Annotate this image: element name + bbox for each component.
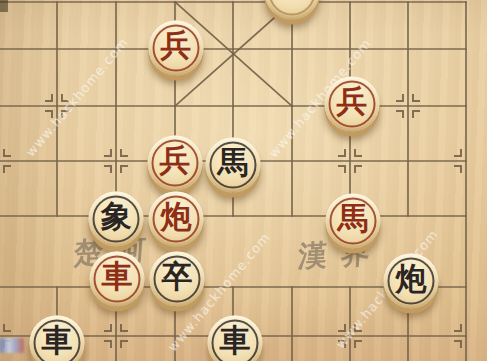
xiangqi-board: 楚河 漢界 兵兵兵馬象炮馬車卒炮車車 www.hackhome.comwww.h…: [0, 0, 487, 361]
piece-red-chariot[interactable]: 車: [90, 252, 145, 307]
piece-red-soldier[interactable]: 兵: [325, 77, 380, 132]
piece-glyph: 車: [220, 325, 251, 356]
piece-glyph: 車: [42, 325, 73, 356]
corner-watermark-logo: [0, 338, 24, 353]
piece-glyph: 車: [102, 261, 133, 292]
piece-glyph: 兵: [160, 145, 191, 176]
piece-red-cannon[interactable]: 炮: [149, 192, 204, 247]
piece-black-cannon[interactable]: 炮: [384, 254, 439, 309]
piece-red-horse[interactable]: 馬: [326, 194, 381, 249]
piece-black-elephant[interactable]: 象: [89, 192, 144, 247]
piece-red-soldier[interactable]: 兵: [149, 21, 204, 76]
piece-glyph: 象: [101, 201, 132, 232]
corner-smudge: [0, 0, 8, 12]
piece-red-soldier[interactable]: 兵: [148, 136, 203, 191]
piece-glyph: 兵: [161, 30, 192, 61]
piece-glyph: 兵: [337, 86, 368, 117]
piece-glyph: 卒: [162, 261, 193, 292]
piece-glyph: 炮: [161, 201, 192, 232]
piece-glyph: 馬: [218, 147, 249, 178]
piece-black-horse[interactable]: 馬: [206, 138, 261, 193]
piece-black-soldier[interactable]: 卒: [150, 252, 205, 307]
piece-glyph: 馬: [338, 203, 369, 234]
piece-glyph: 炮: [396, 263, 427, 294]
